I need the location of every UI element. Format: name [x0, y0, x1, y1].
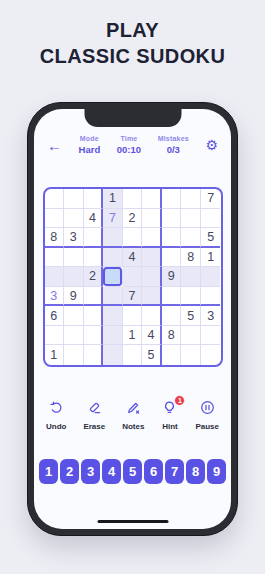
cell-r9c4[interactable]	[103, 345, 123, 365]
cell-r1c3[interactable]	[84, 189, 104, 209]
cell-r8c7[interactable]: 8	[162, 326, 182, 346]
mode-value: Hard	[79, 144, 101, 155]
cell-r6c7[interactable]	[162, 287, 182, 307]
cell-r5c5[interactable]	[123, 267, 143, 287]
cell-r2c4[interactable]: 7	[103, 209, 123, 229]
undo-label: Undo	[46, 422, 66, 431]
cell-r1c5[interactable]	[123, 189, 143, 209]
cell-r5c9[interactable]	[201, 267, 221, 287]
eraser-icon	[86, 399, 103, 420]
cell-r8c8[interactable]	[181, 326, 201, 346]
num-button-2[interactable]: 2	[60, 459, 79, 484]
cell-r3c5[interactable]	[123, 228, 143, 248]
cell-r6c2[interactable]: 9	[64, 287, 84, 307]
erase-button[interactable]: Erase	[83, 399, 105, 429]
cell-r3c4[interactable]	[103, 228, 123, 248]
cell-r9c1[interactable]: 1	[45, 345, 65, 365]
cell-r3c8[interactable]	[181, 228, 201, 248]
cell-r4c5[interactable]: 4	[123, 248, 143, 268]
cell-r8c9[interactable]	[201, 326, 221, 346]
cell-r7c9[interactable]: 3	[201, 306, 221, 326]
cell-r7c2[interactable]	[64, 306, 84, 326]
cell-r1c6[interactable]	[142, 189, 162, 209]
cell-r2c3[interactable]: 4	[84, 209, 104, 229]
mistakes-label: Mistakes	[158, 135, 189, 142]
cell-r4c6[interactable]	[142, 248, 162, 268]
num-button-6[interactable]: 6	[144, 459, 163, 484]
cell-r6c5[interactable]: 7	[123, 287, 143, 307]
cell-r8c3[interactable]	[84, 326, 104, 346]
cell-r9c6[interactable]: 5	[142, 345, 162, 365]
cell-r6c3[interactable]	[84, 287, 104, 307]
settings-gear-icon[interactable]: ⚙	[205, 138, 218, 152]
cell-r7c3[interactable]	[84, 306, 104, 326]
cell-r5c7[interactable]: 9	[162, 267, 182, 287]
home-indicator[interactable]	[97, 520, 168, 524]
cell-r9c7[interactable]	[162, 345, 182, 365]
cell-r5c1[interactable]	[45, 267, 65, 287]
cell-r1c7[interactable]	[162, 189, 182, 209]
time-stat: Time 00:10	[117, 135, 141, 155]
cell-r9c3[interactable]	[84, 345, 104, 365]
app-header: ← Mode Hard Time 00:10 Mistakes 0/3 ⚙	[34, 131, 231, 159]
num-button-1[interactable]: 1	[39, 459, 58, 484]
cell-r8c6[interactable]: 4	[142, 326, 162, 346]
time-label: Time	[117, 135, 141, 142]
cell-r8c5[interactable]: 1	[123, 326, 143, 346]
phone-frame: ← Mode Hard Time 00:10 Mistakes 0/3 ⚙ 17…	[27, 102, 238, 536]
phone-screen: ← Mode Hard Time 00:10 Mistakes 0/3 ⚙ 17…	[34, 109, 231, 529]
cell-r4c4[interactable]	[103, 248, 123, 268]
num-button-4[interactable]: 4	[102, 459, 121, 484]
cell-r4c2[interactable]	[64, 248, 84, 268]
cell-r9c2[interactable]	[64, 345, 84, 365]
cell-r2c5[interactable]: 2	[123, 209, 143, 229]
cell-r6c6[interactable]	[142, 287, 162, 307]
undo-button[interactable]: Undo	[46, 399, 66, 429]
mode-stat: Mode Hard	[79, 135, 101, 155]
cell-r7c4[interactable]	[103, 306, 123, 326]
cell-r6c8[interactable]	[181, 287, 201, 307]
page-title-line2: CLASSIC SUDOKU	[0, 43, 265, 69]
cell-r5c8[interactable]	[181, 267, 201, 287]
cell-r4c1[interactable]	[45, 248, 65, 268]
cell-r6c9[interactable]	[201, 287, 221, 307]
num-button-5[interactable]: 5	[123, 459, 142, 484]
cell-r3c7[interactable]	[162, 228, 182, 248]
cell-r5c3[interactable]: 2	[84, 267, 104, 287]
erase-label: Erase	[83, 422, 105, 431]
cell-r5c4[interactable]	[103, 267, 123, 287]
cell-r9c5[interactable]	[123, 345, 143, 365]
cell-r3c1[interactable]: 8	[45, 228, 65, 248]
cell-r2c7[interactable]	[162, 209, 182, 229]
cell-r3c3[interactable]	[84, 228, 104, 248]
pencil-x-icon	[125, 399, 142, 420]
pause-label: Pause	[195, 422, 219, 431]
cell-r2c9[interactable]	[201, 209, 221, 229]
num-button-9[interactable]: 9	[207, 459, 226, 484]
toolbar: Undo Erase Notes 1 Hint	[34, 399, 231, 429]
cell-r4c8[interactable]: 8	[181, 248, 201, 268]
cell-r8c4[interactable]	[103, 326, 123, 346]
page-title-line1: PLAY	[0, 17, 265, 43]
cell-r1c1[interactable]	[45, 189, 65, 209]
cell-r7c8[interactable]: 5	[181, 306, 201, 326]
num-button-3[interactable]: 3	[81, 459, 100, 484]
sudoku-board: 174728354812939765314815	[43, 187, 223, 367]
cell-r1c4[interactable]: 1	[103, 189, 123, 209]
back-button[interactable]: ←	[47, 138, 62, 153]
cell-r9c8[interactable]	[181, 345, 201, 365]
mistakes-stat: Mistakes 0/3	[158, 135, 189, 155]
cell-r4c3[interactable]	[84, 248, 104, 268]
mistakes-value: 0/3	[158, 144, 189, 155]
cell-r7c1[interactable]: 6	[45, 306, 65, 326]
cell-r7c5[interactable]	[123, 306, 143, 326]
cell-r7c7[interactable]	[162, 306, 182, 326]
cell-r7c6[interactable]	[142, 306, 162, 326]
cell-r2c1[interactable]	[45, 209, 65, 229]
cell-r4c7[interactable]	[162, 248, 182, 268]
cell-r3c6[interactable]	[142, 228, 162, 248]
cell-r1c2[interactable]	[64, 189, 84, 209]
cell-r6c1[interactable]: 3	[45, 287, 65, 307]
hint-label: Hint	[162, 422, 178, 431]
mode-label: Mode	[79, 135, 101, 142]
num-button-8[interactable]: 8	[186, 459, 205, 484]
pause-button[interactable]: Pause	[195, 399, 219, 429]
notes-button[interactable]: Notes	[122, 399, 144, 429]
number-pad: 123456789	[34, 459, 231, 484]
hint-badge: 1	[174, 395, 185, 406]
cell-r8c2[interactable]	[64, 326, 84, 346]
cell-r1c9[interactable]: 7	[201, 189, 221, 209]
notes-label: Notes	[122, 422, 144, 431]
cell-r4c9[interactable]: 1	[201, 248, 221, 268]
num-button-7[interactable]: 7	[165, 459, 184, 484]
cell-r3c2[interactable]: 3	[64, 228, 84, 248]
cell-r5c2[interactable]	[64, 267, 84, 287]
cell-r2c2[interactable]	[64, 209, 84, 229]
cell-r3c9[interactable]: 5	[201, 228, 221, 248]
undo-icon	[48, 399, 65, 420]
board-wrap: 174728354812939765314815	[34, 187, 231, 367]
cell-r9c9[interactable]	[201, 345, 221, 365]
phone-notch	[84, 109, 181, 127]
cell-r5c6[interactable]	[142, 267, 162, 287]
cell-r6c4[interactable]	[103, 287, 123, 307]
cell-r8c1[interactable]	[45, 326, 65, 346]
pause-icon	[199, 399, 216, 420]
cell-r1c8[interactable]	[181, 189, 201, 209]
cell-r2c8[interactable]	[181, 209, 201, 229]
header-stats: Mode Hard Time 00:10 Mistakes 0/3	[62, 135, 205, 155]
hint-button[interactable]: 1 Hint	[161, 399, 178, 429]
time-value: 00:10	[117, 144, 141, 155]
cell-r2c6[interactable]	[142, 209, 162, 229]
page-title: PLAY CLASSIC SUDOKU	[0, 17, 265, 69]
